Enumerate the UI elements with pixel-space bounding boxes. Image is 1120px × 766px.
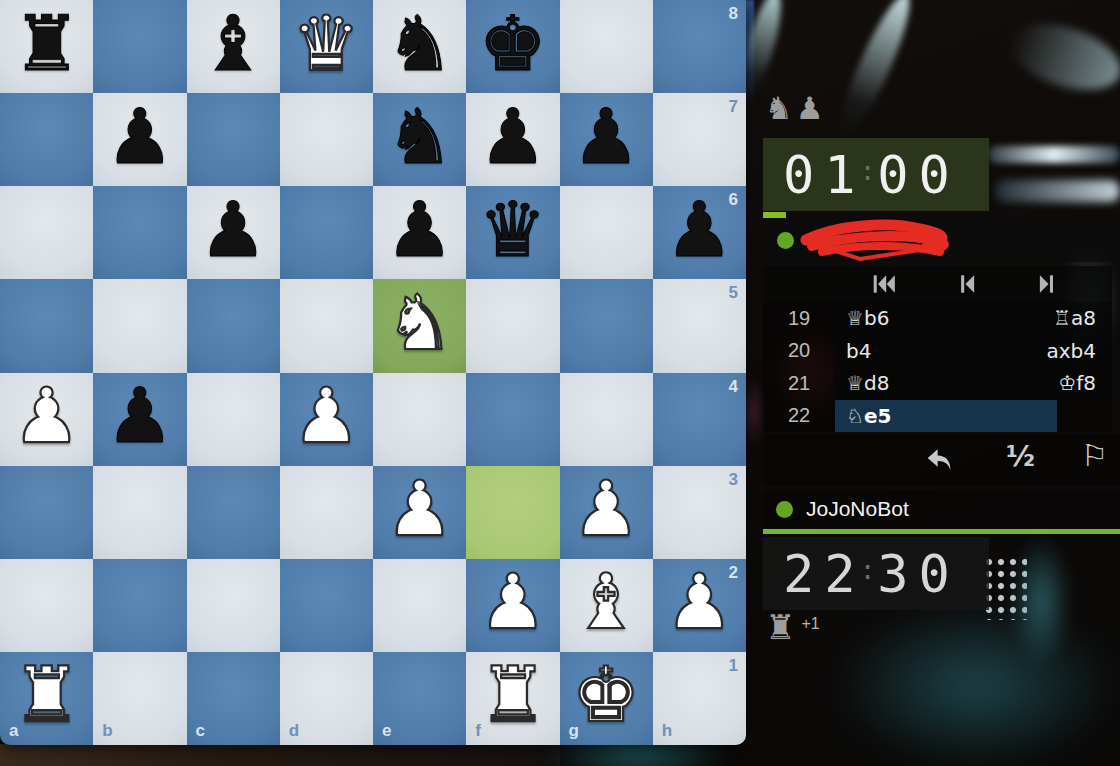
square-d8[interactable]: ♛: [280, 0, 373, 93]
square-b7[interactable]: ♟: [93, 93, 186, 186]
square-d6[interactable]: [280, 186, 373, 279]
square-h2[interactable]: ♟2: [653, 559, 746, 652]
white-rook: ♜: [479, 657, 547, 733]
player-clock: 22 : 30: [763, 537, 989, 610]
square-f6[interactable]: ♛: [466, 186, 559, 279]
move-black[interactable]: ♖a8: [970, 302, 1112, 335]
file-label-a: a: [9, 721, 18, 741]
square-h5[interactable]: 5: [653, 279, 746, 372]
captured-pawn-icon: ♟: [796, 90, 824, 126]
square-h8[interactable]: 8: [653, 0, 746, 93]
black-knight: ♞: [386, 99, 454, 175]
square-d4[interactable]: ♟: [280, 373, 373, 466]
move-row: 21 ♕d8 ♔f8: [763, 367, 1112, 400]
square-d7[interactable]: [280, 93, 373, 186]
file-label-d: d: [289, 721, 299, 741]
square-f2[interactable]: ♟: [466, 559, 559, 652]
clock-colon: :: [860, 555, 876, 585]
white-bishop: ♝: [572, 564, 640, 640]
black-queen: ♛: [479, 192, 547, 268]
square-g5[interactable]: [560, 279, 653, 372]
player-row: JoJoNoBot: [763, 490, 1120, 528]
square-c4[interactable]: [187, 373, 280, 466]
square-b2[interactable]: [93, 559, 186, 652]
square-f5[interactable]: [466, 279, 559, 372]
file-label-c: c: [196, 721, 205, 741]
opponent-clock-minutes: 01: [783, 145, 866, 205]
file-label-h: h: [662, 721, 672, 741]
chess-board[interactable]: ♜♝♛♞♚8♟♞♟♟7♟♟♛♟6♞5♟♟♟4♟♟3♟♝♟2♜abcde♜f♚g1…: [0, 0, 746, 745]
square-b8[interactable]: [93, 0, 186, 93]
file-label-e: e: [382, 721, 391, 741]
black-king: ♚: [479, 6, 547, 82]
opponent-online-indicator: [777, 232, 794, 249]
white-pawn: ♟: [386, 471, 454, 547]
square-h1[interactable]: 1h: [653, 652, 746, 745]
move-white-current[interactable]: ♘e5: [835, 400, 1057, 433]
square-h4[interactable]: 4: [653, 373, 746, 466]
square-d5[interactable]: [280, 279, 373, 372]
square-c3[interactable]: [187, 466, 280, 559]
black-rook: ♜: [13, 6, 81, 82]
black-pawn: ♟: [199, 192, 267, 268]
move-black: [1057, 400, 1112, 433]
black-pawn: ♟: [665, 192, 733, 268]
square-g2[interactable]: ♝: [560, 559, 653, 652]
resign-button[interactable]: ⚐: [1081, 438, 1108, 473]
move-number: 21: [763, 367, 835, 400]
scribbled-opponent-name: [798, 219, 964, 261]
rank-label-1: 1: [729, 656, 738, 676]
nav-prev-button[interactable]: [953, 271, 979, 297]
move-white[interactable]: b4: [835, 335, 970, 368]
opponent-row: [763, 218, 1120, 262]
rank-label-8: 8: [729, 4, 738, 24]
white-pawn: ♟: [292, 378, 360, 454]
square-h6[interactable]: ♟6: [653, 186, 746, 279]
square-c2[interactable]: [187, 559, 280, 652]
opponent-clock: 01 : 00: [763, 138, 989, 211]
square-e8[interactable]: ♞: [373, 0, 466, 93]
rank-label-5: 5: [729, 283, 738, 303]
square-g1[interactable]: ♚g: [560, 652, 653, 745]
white-pawn: ♟: [572, 471, 640, 547]
player-clock-seconds: 30: [877, 544, 960, 604]
file-label-b: b: [102, 721, 112, 741]
move-row: 19 ♕b6 ♖a8: [763, 302, 1112, 335]
square-g6[interactable]: [560, 186, 653, 279]
square-e3[interactable]: ♟: [373, 466, 466, 559]
captured-knight-icon: ♞: [765, 90, 793, 126]
square-e2[interactable]: [373, 559, 466, 652]
square-d3[interactable]: [280, 466, 373, 559]
square-d1[interactable]: d: [280, 652, 373, 745]
square-b3[interactable]: [93, 466, 186, 559]
black-bishop: ♝: [199, 6, 267, 82]
undo-arrow-icon: [923, 444, 955, 476]
move-navigation: [763, 266, 1112, 302]
square-g7[interactable]: ♟: [560, 93, 653, 186]
rank-label-4: 4: [729, 377, 738, 397]
square-c1[interactable]: c: [187, 652, 280, 745]
rank-label-7: 7: [729, 97, 738, 117]
square-e7[interactable]: ♞: [373, 93, 466, 186]
previous-move-icon: [953, 271, 979, 297]
white-queen: ♛: [292, 6, 360, 82]
rank-label-6: 6: [729, 190, 738, 210]
next-move-icon: [1035, 271, 1061, 297]
nav-next-button[interactable]: [1035, 271, 1061, 297]
square-h7[interactable]: 7: [653, 93, 746, 186]
bg-bottom-strip: [0, 744, 560, 766]
square-a7[interactable]: [0, 93, 93, 186]
move-row: 20 b4 axb4: [763, 335, 1112, 368]
square-b1[interactable]: b: [93, 652, 186, 745]
move-black[interactable]: axb4: [970, 335, 1112, 368]
square-f7[interactable]: ♟: [466, 93, 559, 186]
player-online-indicator: [776, 501, 793, 518]
square-e1[interactable]: e: [373, 652, 466, 745]
clock-colon: :: [860, 156, 876, 186]
captured-rook-icon: ♜: [765, 610, 795, 644]
move-black[interactable]: ♔f8: [970, 367, 1112, 400]
white-king: ♚: [572, 657, 640, 733]
move-white[interactable]: ♕b6: [835, 302, 970, 335]
square-b6[interactable]: [93, 186, 186, 279]
square-e5[interactable]: ♞: [373, 279, 466, 372]
opponent-clock-seconds: 00: [877, 145, 960, 205]
square-g3[interactable]: ♟: [560, 466, 653, 559]
rank-label-2: 2: [729, 563, 738, 583]
game-actions: ½ ⚐: [763, 434, 1120, 486]
rank-label-3: 3: [729, 470, 738, 490]
square-a6[interactable]: [0, 186, 93, 279]
player-name[interactable]: JoJoNoBot: [806, 497, 909, 521]
square-a3[interactable]: [0, 466, 93, 559]
skip-to-first-icon: [871, 271, 897, 297]
move-row: 22 ♘e5: [763, 400, 1112, 433]
move-white[interactable]: ♕d8: [835, 367, 970, 400]
square-a5[interactable]: [0, 279, 93, 372]
square-b4[interactable]: ♟: [93, 373, 186, 466]
move-number: 22: [763, 400, 835, 433]
square-a8[interactable]: ♜: [0, 0, 93, 93]
white-pawn: ♟: [13, 378, 81, 454]
file-label-g: g: [569, 721, 579, 741]
square-f1[interactable]: ♜f: [466, 652, 559, 745]
white-rook: ♜: [13, 657, 81, 733]
move-number: 20: [763, 335, 835, 368]
material-advantage-value: +1: [801, 615, 819, 633]
offer-draw-button[interactable]: ½: [1006, 440, 1035, 473]
square-h3[interactable]: 3: [653, 466, 746, 559]
square-f4[interactable]: [466, 373, 559, 466]
white-pawn: ♟: [665, 564, 733, 640]
square-c6[interactable]: ♟: [187, 186, 280, 279]
black-pawn: ♟: [479, 99, 547, 175]
square-g8[interactable]: [560, 0, 653, 93]
nav-first-button[interactable]: [871, 271, 897, 297]
square-b5[interactable]: [93, 279, 186, 372]
move-number: 19: [763, 302, 835, 335]
square-c5[interactable]: [187, 279, 280, 372]
square-a4[interactable]: ♟: [0, 373, 93, 466]
player-clock-minutes: 22: [783, 544, 866, 604]
square-g4[interactable]: [560, 373, 653, 466]
square-c7[interactable]: [187, 93, 280, 186]
black-pawn: ♟: [572, 99, 640, 175]
material-advantage: ♜ +1: [765, 610, 820, 644]
black-pawn: ♟: [386, 192, 454, 268]
black-knight: ♞: [386, 6, 454, 82]
square-a1[interactable]: ♜a: [0, 652, 93, 745]
square-e6[interactable]: ♟: [373, 186, 466, 279]
captured-pieces-opponent: ♞♟: [765, 90, 827, 126]
takeback-button[interactable]: [923, 444, 955, 479]
square-f8[interactable]: ♚: [466, 0, 559, 93]
move-list: 19 ♕b6 ♖a8 20 b4 axb4 21 ♕d8 ♔f8 22 ♘e5: [763, 302, 1112, 432]
white-pawn: ♟: [479, 564, 547, 640]
square-a2[interactable]: [0, 559, 93, 652]
square-d2[interactable]: [280, 559, 373, 652]
square-e4[interactable]: [373, 373, 466, 466]
black-pawn: ♟: [106, 378, 174, 454]
game-sidebar: ♞♟ 01 : 00: [763, 0, 1120, 766]
file-label-f: f: [475, 721, 481, 741]
player-accent-line: [763, 529, 1120, 534]
square-c8[interactable]: ♝: [187, 0, 280, 93]
black-pawn: ♟: [106, 99, 174, 175]
square-f3[interactable]: [466, 466, 559, 559]
white-knight: ♞: [386, 285, 454, 361]
